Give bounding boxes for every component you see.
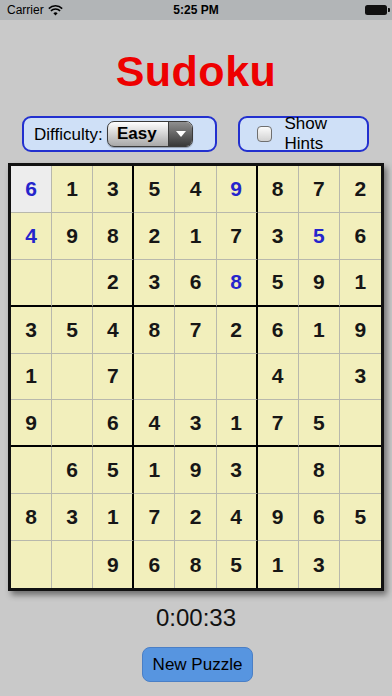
sudoku-cell[interactable]: [299, 354, 340, 401]
sudoku-cell[interactable]: 9: [217, 166, 258, 213]
sudoku-cell[interactable]: 9: [175, 447, 216, 494]
sudoku-cell[interactable]: 5: [340, 494, 381, 541]
sudoku-cell[interactable]: [11, 260, 52, 307]
sudoku-cell[interactable]: [52, 541, 93, 588]
sudoku-cell[interactable]: [11, 447, 52, 494]
sudoku-cell[interactable]: 5: [217, 541, 258, 588]
sudoku-cell[interactable]: 9: [258, 494, 299, 541]
sudoku-cell[interactable]: [11, 541, 52, 588]
sudoku-cell[interactable]: 1: [340, 260, 381, 307]
sudoku-cell[interactable]: 8: [217, 260, 258, 307]
sudoku-cell[interactable]: 7: [217, 213, 258, 260]
sudoku-cell[interactable]: 7: [175, 307, 216, 354]
sudoku-cell[interactable]: 3: [93, 166, 134, 213]
sudoku-cell[interactable]: 5: [52, 307, 93, 354]
page-title: Sudoku: [0, 47, 392, 95]
sudoku-cell[interactable]: 3: [11, 307, 52, 354]
sudoku-cell[interactable]: 9: [52, 213, 93, 260]
sudoku-cell[interactable]: [258, 447, 299, 494]
sudoku-cell[interactable]: 4: [134, 400, 175, 447]
sudoku-cell[interactable]: 7: [93, 354, 134, 401]
sudoku-cell[interactable]: 6: [134, 541, 175, 588]
difficulty-label: Difficulty:: [34, 125, 103, 145]
status-time: 5:25 PM: [0, 3, 392, 17]
sudoku-cell[interactable]: 6: [258, 307, 299, 354]
battery-icon: [365, 5, 387, 15]
sudoku-cell[interactable]: 3: [175, 400, 216, 447]
sudoku-cell[interactable]: 3: [52, 494, 93, 541]
sudoku-cell[interactable]: 9: [299, 260, 340, 307]
sudoku-cell[interactable]: 1: [175, 213, 216, 260]
sudoku-cell[interactable]: 3: [340, 354, 381, 401]
difficulty-select[interactable]: Easy: [107, 121, 193, 147]
sudoku-cell[interactable]: [175, 354, 216, 401]
app-screen: Carrier 5:25 PM Sudoku Difficulty: Easy …: [0, 0, 392, 696]
sudoku-cell[interactable]: 1: [11, 354, 52, 401]
sudoku-cell[interactable]: 6: [52, 447, 93, 494]
sudoku-cell[interactable]: 3: [299, 541, 340, 588]
sudoku-cell[interactable]: 5: [299, 213, 340, 260]
sudoku-cell[interactable]: 2: [175, 494, 216, 541]
sudoku-cell[interactable]: 1: [52, 166, 93, 213]
sudoku-cell[interactable]: 4: [93, 307, 134, 354]
sudoku-cell[interactable]: 1: [217, 400, 258, 447]
timer-display: 0:00:33: [0, 604, 392, 632]
sudoku-cell[interactable]: 7: [134, 494, 175, 541]
sudoku-cell[interactable]: 5: [93, 447, 134, 494]
sudoku-cell[interactable]: 4: [11, 213, 52, 260]
sudoku-cell[interactable]: 9: [340, 307, 381, 354]
sudoku-cell[interactable]: [217, 354, 258, 401]
sudoku-cell[interactable]: 6: [175, 260, 216, 307]
show-hints-label: Show Hints: [284, 114, 367, 154]
new-puzzle-button[interactable]: New Puzzle: [142, 647, 253, 682]
sudoku-cell[interactable]: [52, 260, 93, 307]
sudoku-cell[interactable]: 9: [11, 400, 52, 447]
sudoku-cell[interactable]: 6: [93, 400, 134, 447]
sudoku-cell[interactable]: [340, 541, 381, 588]
sudoku-cell[interactable]: 2: [340, 166, 381, 213]
sudoku-cell[interactable]: 7: [258, 400, 299, 447]
sudoku-cell[interactable]: 3: [217, 447, 258, 494]
sudoku-cell[interactable]: 4: [258, 354, 299, 401]
sudoku-cell[interactable]: 5: [134, 166, 175, 213]
sudoku-cell[interactable]: [52, 400, 93, 447]
sudoku-cell[interactable]: 1: [134, 447, 175, 494]
sudoku-cell[interactable]: 5: [299, 400, 340, 447]
sudoku-cell[interactable]: 6: [11, 166, 52, 213]
sudoku-cell[interactable]: 4: [175, 166, 216, 213]
sudoku-cell[interactable]: 8: [258, 166, 299, 213]
sudoku-cell[interactable]: 6: [299, 494, 340, 541]
sudoku-cell[interactable]: 5: [258, 260, 299, 307]
chevron-down-icon: [168, 122, 192, 146]
sudoku-cell[interactable]: 3: [258, 213, 299, 260]
sudoku-cell[interactable]: 3: [134, 260, 175, 307]
sudoku-cell[interactable]: [134, 354, 175, 401]
sudoku-cell[interactable]: 6: [340, 213, 381, 260]
sudoku-cell[interactable]: 1: [258, 541, 299, 588]
sudoku-cell[interactable]: 7: [299, 166, 340, 213]
sudoku-cell[interactable]: 1: [93, 494, 134, 541]
sudoku-cell[interactable]: [340, 400, 381, 447]
difficulty-selected-value: Easy: [108, 124, 168, 144]
status-bar: Carrier 5:25 PM: [0, 0, 392, 20]
difficulty-panel: Difficulty: Easy: [22, 116, 217, 152]
sudoku-cell[interactable]: [52, 354, 93, 401]
sudoku-cell[interactable]: 8: [134, 307, 175, 354]
sudoku-cell[interactable]: [340, 447, 381, 494]
sudoku-cell[interactable]: 8: [299, 447, 340, 494]
sudoku-cell[interactable]: 4: [217, 494, 258, 541]
sudoku-cell[interactable]: 8: [11, 494, 52, 541]
sudoku-cell[interactable]: 2: [134, 213, 175, 260]
show-hints-checkbox[interactable]: [257, 126, 272, 142]
sudoku-cell[interactable]: 1: [299, 307, 340, 354]
sudoku-board: 6135498724982173562368591354872619174396…: [8, 163, 384, 591]
sudoku-cell[interactable]: 2: [93, 260, 134, 307]
show-hints-panel: Show Hints: [238, 116, 369, 152]
sudoku-cell[interactable]: 2: [217, 307, 258, 354]
sudoku-cell[interactable]: 8: [93, 213, 134, 260]
sudoku-cell[interactable]: 9: [93, 541, 134, 588]
sudoku-cell[interactable]: 8: [175, 541, 216, 588]
